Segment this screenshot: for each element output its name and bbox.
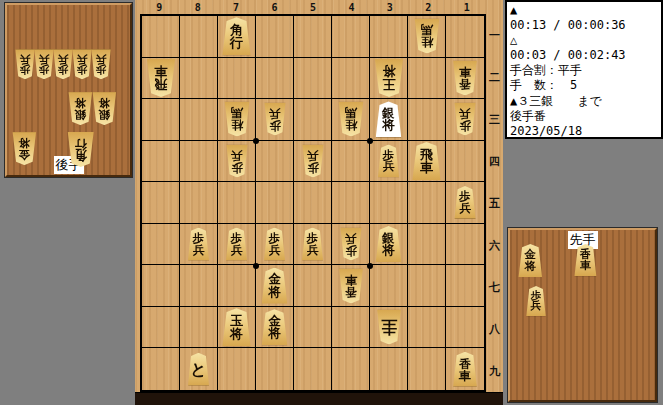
square-89[interactable]: と xyxy=(180,348,218,390)
piece-kanji: 歩 xyxy=(231,161,243,173)
piece-gote-pawn[interactable]: 歩兵 xyxy=(14,49,36,79)
square-68[interactable]: 金将 xyxy=(256,307,294,349)
game-info-panel: ▲ 00:13 / 00:00:36 △ 00:03 / 00:02:43 手合… xyxy=(505,0,663,139)
square-32[interactable]: 王将 xyxy=(370,58,408,100)
square-53[interactable] xyxy=(294,99,332,141)
piece-kanji: 兵 xyxy=(345,233,357,245)
square-25[interactable] xyxy=(408,182,446,224)
piece-kanji: 歩 xyxy=(383,149,395,161)
piece-kanji: 歩 xyxy=(459,191,471,203)
piece-gote-silver[interactable]: 銀将 xyxy=(91,92,118,125)
file-label-6: 6 xyxy=(255,0,293,14)
piece-gote-rook[interactable]: 飛車 xyxy=(145,59,177,97)
piece-kanji: 将 xyxy=(230,327,243,340)
piece-sente-silver[interactable]: 銀将 xyxy=(374,101,403,137)
piece-gote-pawn[interactable]: 歩兵 xyxy=(301,144,325,177)
piece-kanji: 兵 xyxy=(231,149,243,161)
piece-kanji: 兵 xyxy=(58,54,69,65)
piece-sente-pawn[interactable]: 歩兵 xyxy=(525,286,547,316)
square-54[interactable]: 歩兵 xyxy=(294,141,332,183)
piece-kanji: 歩 xyxy=(58,64,69,75)
piece-kanji: 圭 xyxy=(381,319,397,335)
square-75[interactable] xyxy=(218,182,256,224)
piece-kanji: 兵 xyxy=(459,108,471,120)
piece-gote-promoted-knight[interactable]: 圭 xyxy=(375,310,402,345)
square-88[interactable] xyxy=(180,307,218,349)
piece-kanji: 将 xyxy=(19,137,31,149)
sente-mark: ▲ xyxy=(510,3,661,18)
square-96[interactable] xyxy=(142,224,180,266)
square-15[interactable]: 歩兵 xyxy=(446,182,484,224)
piece-gote-knight[interactable]: 桂馬 xyxy=(413,19,441,54)
square-71[interactable]: 角行 xyxy=(218,16,256,58)
square-77[interactable] xyxy=(218,265,256,307)
gote-clock: 00:03 / 00:02:43 xyxy=(510,48,661,63)
piece-kanji: 兵 xyxy=(383,161,395,173)
square-98[interactable] xyxy=(142,307,180,349)
piece-kanji: 馬 xyxy=(231,107,243,119)
square-91[interactable] xyxy=(142,16,180,58)
piece-kanji: 桂 xyxy=(345,119,357,131)
piece-gote-king[interactable]: 王将 xyxy=(373,59,405,97)
piece-kanji: 兵 xyxy=(307,149,319,161)
piece-kanji: 将 xyxy=(525,261,537,273)
square-41[interactable] xyxy=(332,16,370,58)
square-35[interactable] xyxy=(370,182,408,224)
gote-hand-tray: 後手 歩兵歩兵歩兵歩兵歩兵銀将銀将金将角行 xyxy=(5,3,132,177)
square-45[interactable] xyxy=(332,182,370,224)
piece-kanji: 兵 xyxy=(269,244,281,256)
file-label-2: 2 xyxy=(409,0,447,14)
piece-kanji: 将 xyxy=(75,97,87,109)
piece-kanji: 将 xyxy=(382,244,395,257)
piece-kanji: 銀 xyxy=(75,109,87,121)
square-65[interactable] xyxy=(256,182,294,224)
piece-sente-pawn[interactable]: 歩兵 xyxy=(263,228,287,261)
square-49[interactable] xyxy=(332,348,370,390)
piece-sente-tokin[interactable]: と xyxy=(187,353,211,386)
board-grid: 角行桂馬飛車王将香車桂馬歩兵桂馬銀将歩兵歩兵歩兵歩兵飛車歩兵歩兵歩兵歩兵歩兵歩兵… xyxy=(140,14,486,392)
rank-label-3: 三 xyxy=(486,98,503,140)
square-38[interactable]: 圭 xyxy=(370,307,408,349)
square-29[interactable] xyxy=(408,348,446,390)
sente-hand-tray: 先手 金将香車歩兵 xyxy=(508,228,657,402)
square-61[interactable] xyxy=(256,16,294,58)
square-12[interactable]: 香車 xyxy=(446,58,484,100)
piece-kanji: 香 xyxy=(459,78,471,90)
piece-gote-knight[interactable]: 桂馬 xyxy=(337,102,365,137)
rank-label-6: 六 xyxy=(486,224,503,266)
square-86[interactable]: 歩兵 xyxy=(180,224,218,266)
piece-gote-pawn[interactable]: 歩兵 xyxy=(33,49,55,79)
square-72[interactable] xyxy=(218,58,256,100)
piece-kanji: 行 xyxy=(75,138,87,150)
piece-gote-pawn[interactable]: 歩兵 xyxy=(71,49,93,79)
piece-kanji: 香 xyxy=(345,286,357,298)
square-36[interactable]: 銀将 xyxy=(370,224,408,266)
piece-kanji: 銀 xyxy=(99,109,111,121)
square-26[interactable] xyxy=(408,224,446,266)
square-73[interactable]: 桂馬 xyxy=(218,99,256,141)
piece-gote-gold[interactable]: 金将 xyxy=(11,132,38,165)
square-57[interactable] xyxy=(294,265,332,307)
piece-sente-pawn[interactable]: 歩兵 xyxy=(377,144,401,177)
file-label-7: 7 xyxy=(217,0,255,14)
piece-kanji: 歩 xyxy=(307,233,319,245)
square-48[interactable] xyxy=(332,307,370,349)
square-63[interactable]: 歩兵 xyxy=(256,99,294,141)
square-18[interactable] xyxy=(446,307,484,349)
square-16[interactable] xyxy=(446,224,484,266)
turn-line: 後手番 xyxy=(510,109,661,124)
piece-kanji: 将 xyxy=(99,97,111,109)
rank-label-4: 四 xyxy=(486,140,503,182)
piece-sente-lance[interactable]: 香車 xyxy=(452,352,479,387)
piece-gote-silver[interactable]: 銀将 xyxy=(67,92,94,125)
piece-kanji: 兵 xyxy=(193,244,205,256)
piece-sente-king[interactable]: 玉将 xyxy=(221,308,253,346)
piece-kanji: 車 xyxy=(420,161,433,174)
square-69[interactable] xyxy=(256,348,294,390)
piece-gote-pawn[interactable]: 歩兵 xyxy=(90,49,112,79)
piece-sente-pawn[interactable]: 歩兵 xyxy=(301,228,325,261)
square-37[interactable] xyxy=(370,265,408,307)
square-82[interactable] xyxy=(180,58,218,100)
file-label-9: 9 xyxy=(140,0,178,14)
piece-kanji: 兵 xyxy=(231,244,243,256)
piece-gote-knight[interactable]: 桂馬 xyxy=(223,102,251,137)
square-99[interactable] xyxy=(142,348,180,390)
square-92[interactable]: 飛車 xyxy=(142,58,180,100)
piece-gote-pawn[interactable]: 歩兵 xyxy=(52,49,74,79)
square-17[interactable] xyxy=(446,265,484,307)
piece-kanji: 車 xyxy=(459,66,471,78)
square-28[interactable] xyxy=(408,307,446,349)
square-84[interactable] xyxy=(180,141,218,183)
piece-sente-pawn[interactable]: 歩兵 xyxy=(225,228,249,261)
piece-kanji: 兵 xyxy=(77,54,88,65)
rank-label-1: 一 xyxy=(486,14,503,56)
piece-sente-rook[interactable]: 飛車 xyxy=(411,142,443,180)
piece-gote-lance[interactable]: 香車 xyxy=(337,268,364,303)
piece-kanji: 将 xyxy=(268,327,281,340)
square-51[interactable] xyxy=(294,16,332,58)
shogi-board: 987654321 角行桂馬飛車王将香車桂馬歩兵桂馬銀将歩兵歩兵歩兵歩兵飛車歩兵… xyxy=(135,0,503,405)
square-76[interactable]: 歩兵 xyxy=(218,224,256,266)
piece-kanji: 歩 xyxy=(269,119,281,131)
file-label-3: 3 xyxy=(371,0,409,14)
piece-kanji: 金 xyxy=(19,149,31,161)
piece-kanji: 桂 xyxy=(231,119,243,131)
square-52[interactable] xyxy=(294,58,332,100)
rank-labels: 一二三四五六七八九 xyxy=(486,14,503,392)
square-24[interactable]: 飛車 xyxy=(408,141,446,183)
board-bottom-edge xyxy=(135,392,503,405)
square-46[interactable]: 歩兵 xyxy=(332,224,370,266)
square-79[interactable] xyxy=(218,348,256,390)
square-22[interactable] xyxy=(408,58,446,100)
rank-label-5: 五 xyxy=(486,182,503,224)
square-27[interactable] xyxy=(408,265,446,307)
last-move-line: ▲３三銀 まで xyxy=(510,94,661,109)
square-11[interactable] xyxy=(446,16,484,58)
square-62[interactable] xyxy=(256,58,294,100)
piece-sente-pawn[interactable]: 歩兵 xyxy=(453,186,477,219)
piece-kanji: 行 xyxy=(230,36,243,49)
piece-kanji: 兵 xyxy=(20,54,31,65)
square-31[interactable] xyxy=(370,16,408,58)
piece-kanji: 馬 xyxy=(345,107,357,119)
square-93[interactable] xyxy=(142,99,180,141)
piece-kanji: 王 xyxy=(382,78,395,91)
square-23[interactable] xyxy=(408,99,446,141)
piece-kanji: 兵 xyxy=(269,108,281,120)
piece-kanji: 兵 xyxy=(39,54,50,65)
rank-label-7: 七 xyxy=(486,266,503,308)
square-34[interactable]: 歩兵 xyxy=(370,141,408,183)
file-labels: 987654321 xyxy=(140,0,486,14)
gote-mark: △ xyxy=(510,33,661,48)
piece-kanji: 香 xyxy=(459,357,471,369)
square-47[interactable]: 香車 xyxy=(332,265,370,307)
piece-kanji: 車 xyxy=(459,369,471,381)
piece-sente-gold[interactable]: 金将 xyxy=(260,309,289,345)
piece-sente-bishop[interactable]: 角行 xyxy=(221,17,253,55)
piece-kanji: と xyxy=(190,361,206,377)
file-label-1: 1 xyxy=(448,0,486,14)
square-95[interactable] xyxy=(142,182,180,224)
square-64[interactable] xyxy=(256,141,294,183)
square-56[interactable]: 歩兵 xyxy=(294,224,332,266)
rank-label-8: 八 xyxy=(486,308,503,350)
square-83[interactable] xyxy=(180,99,218,141)
piece-kanji: 将 xyxy=(382,119,395,132)
piece-kanji: 歩 xyxy=(307,161,319,173)
square-97[interactable] xyxy=(142,265,180,307)
square-94[interactable] xyxy=(142,141,180,183)
piece-kanji: 兵 xyxy=(96,54,107,65)
square-55[interactable] xyxy=(294,182,332,224)
piece-kanji: 歩 xyxy=(269,233,281,245)
square-43[interactable]: 桂馬 xyxy=(332,99,370,141)
square-87[interactable] xyxy=(180,265,218,307)
piece-gote-lance[interactable]: 香車 xyxy=(452,60,479,95)
piece-kanji: 歩 xyxy=(39,64,50,75)
piece-gote-pawn[interactable]: 歩兵 xyxy=(263,103,287,136)
square-14[interactable] xyxy=(446,141,484,183)
piece-kanji: 桂 xyxy=(421,36,433,48)
piece-kanji: 車 xyxy=(580,260,591,271)
star-point xyxy=(367,138,373,144)
piece-kanji: 飛 xyxy=(154,78,167,91)
square-85[interactable] xyxy=(180,182,218,224)
sente-clock: 00:13 / 00:00:36 xyxy=(510,18,661,33)
square-58[interactable] xyxy=(294,307,332,349)
square-19[interactable]: 香車 xyxy=(446,348,484,390)
piece-kanji: 兵 xyxy=(531,301,542,312)
square-59[interactable] xyxy=(294,348,332,390)
star-point xyxy=(253,138,259,144)
piece-gote-pawn[interactable]: 歩兵 xyxy=(339,228,363,261)
file-label-8: 8 xyxy=(178,0,216,14)
square-66[interactable]: 歩兵 xyxy=(256,224,294,266)
rank-label-2: 二 xyxy=(486,56,503,98)
piece-sente-silver[interactable]: 銀将 xyxy=(374,226,403,262)
piece-gote-pawn[interactable]: 歩兵 xyxy=(453,103,477,136)
piece-kanji: 金 xyxy=(525,249,537,261)
square-13[interactable]: 歩兵 xyxy=(446,99,484,141)
piece-kanji: 歩 xyxy=(231,233,243,245)
square-21[interactable]: 桂馬 xyxy=(408,16,446,58)
star-point xyxy=(367,263,373,269)
square-39[interactable] xyxy=(370,348,408,390)
file-label-5: 5 xyxy=(294,0,332,14)
piece-kanji: 歩 xyxy=(77,64,88,75)
square-33[interactable]: 銀将 xyxy=(370,99,408,141)
square-78[interactable]: 玉将 xyxy=(218,307,256,349)
piece-kanji: 車 xyxy=(154,65,167,78)
piece-kanji: 歩 xyxy=(96,64,107,75)
piece-kanji: 兵 xyxy=(307,244,319,256)
file-label-4: 4 xyxy=(332,0,370,14)
square-81[interactable] xyxy=(180,16,218,58)
piece-kanji: 歩 xyxy=(459,119,471,131)
piece-kanji: 兵 xyxy=(459,202,471,214)
piece-kanji: 歩 xyxy=(20,64,31,75)
move-count-line: 手 数： 5 xyxy=(510,78,661,93)
square-42[interactable] xyxy=(332,58,370,100)
piece-kanji: 歩 xyxy=(193,233,205,245)
piece-kanji: 車 xyxy=(345,274,357,286)
rank-label-9: 九 xyxy=(486,350,503,392)
piece-gote-pawn[interactable]: 歩兵 xyxy=(225,144,249,177)
date-line: 2023/05/18 xyxy=(510,124,661,139)
handicap-line: 手合割：平手 xyxy=(510,63,661,78)
square-74[interactable]: 歩兵 xyxy=(218,141,256,183)
star-point xyxy=(253,263,259,269)
piece-sente-gold[interactable]: 金将 xyxy=(517,244,544,277)
square-67[interactable]: 金将 xyxy=(256,265,294,307)
square-44[interactable] xyxy=(332,141,370,183)
piece-kanji: 将 xyxy=(382,65,395,78)
piece-kanji: 歩 xyxy=(345,244,357,256)
piece-kanji: 馬 xyxy=(421,24,433,36)
piece-sente-pawn[interactable]: 歩兵 xyxy=(187,228,211,261)
piece-kanji: 将 xyxy=(268,286,281,299)
piece-sente-gold[interactable]: 金将 xyxy=(260,268,289,304)
